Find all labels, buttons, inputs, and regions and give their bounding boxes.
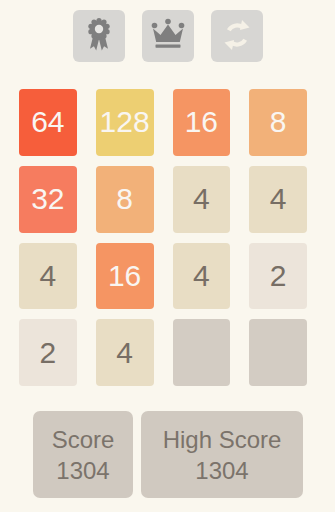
tile-16: 16 [173, 89, 231, 156]
score-panel: Score 1304 [33, 411, 133, 498]
refresh-icon [217, 15, 257, 58]
scoreboard: Score 1304 High Score 1304 [33, 411, 303, 498]
tile-4: 4 [19, 243, 77, 310]
empty-cell [249, 319, 307, 386]
toolbar [0, 10, 335, 62]
score-value: 1304 [56, 455, 109, 486]
high-score-panel: High Score 1304 [141, 411, 303, 498]
leaderboard-button[interactable] [142, 10, 194, 62]
crown-icon [148, 15, 188, 58]
tile-2: 2 [19, 319, 77, 386]
high-score-value: 1304 [195, 455, 248, 486]
tile-16: 16 [96, 243, 154, 310]
score-label: Score [52, 424, 115, 455]
tile-2: 2 [249, 243, 307, 310]
game-board[interactable]: 64128168328444164224 [19, 89, 307, 386]
tile-4: 4 [173, 166, 231, 233]
restart-button[interactable] [211, 10, 263, 62]
high-score-label: High Score [163, 424, 282, 455]
medal-icon [79, 15, 119, 58]
achievements-button[interactable] [73, 10, 125, 62]
tile-4: 4 [249, 166, 307, 233]
tile-8: 8 [249, 89, 307, 156]
tile-64: 64 [19, 89, 77, 156]
tile-4: 4 [96, 319, 154, 386]
tile-128: 128 [96, 89, 154, 156]
empty-cell [173, 319, 231, 386]
tile-32: 32 [19, 166, 77, 233]
tile-8: 8 [96, 166, 154, 233]
tile-4: 4 [173, 243, 231, 310]
